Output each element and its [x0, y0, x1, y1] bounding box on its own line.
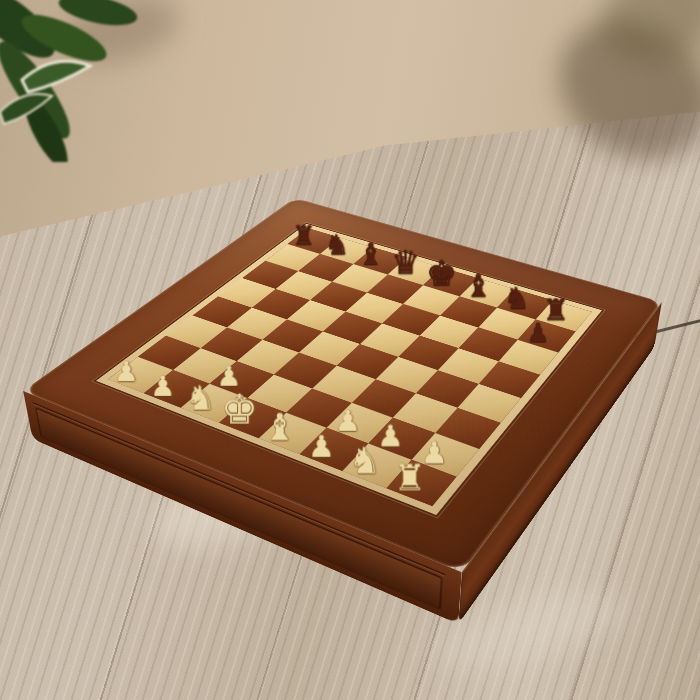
square-d3[interactable] [274, 353, 337, 389]
light-rook-h1[interactable]: ♜ [384, 461, 436, 497]
dark-knight-g8[interactable]: ♞ [495, 283, 537, 313]
dark-queen-d8[interactable]: ♛ [385, 247, 425, 279]
houseplant-leaves-icon [0, 0, 184, 162]
dark-pawn-h7[interactable]: ♟ [516, 320, 560, 346]
dark-king-e8[interactable]: ♚ [421, 256, 462, 291]
square-f5[interactable] [398, 336, 458, 370]
scene: ♜♞♝♛♚♝♞♜♟♟♟♟♟♟♟♞♚♝♟♞♜ [0, 0, 700, 700]
dark-bishop-f8[interactable]: ♝ [458, 270, 500, 301]
square-b3[interactable] [201, 327, 263, 361]
